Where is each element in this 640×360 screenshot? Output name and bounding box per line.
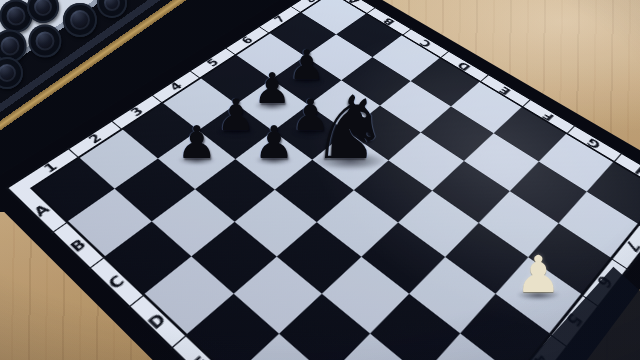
travel-chess-set-photo: ABCDEFGHABCDEFGH8765432187654321 ♟♟♟♞♟♟♟…	[0, 0, 640, 360]
white-pawn-glyph: ♟	[516, 250, 562, 301]
black-pawn-b5: ♟	[253, 68, 291, 110]
checker-disc	[97, 0, 127, 18]
black-knight-glyph: ♞	[311, 85, 389, 172]
checker-disc	[29, 25, 62, 58]
black-pawn-glyph: ♟	[254, 121, 294, 166]
black-pawn-c4: ♟	[254, 121, 294, 166]
black-knight-d5: ♞	[311, 85, 389, 172]
white-pawn-h5: ♟	[516, 250, 562, 301]
black-pawn-b4: ♟	[216, 93, 255, 137]
black-pawn-glyph: ♟	[176, 120, 217, 165]
checker-disc	[63, 3, 97, 37]
black-pawn-b3: ♟	[176, 120, 217, 165]
black-pawn-glyph: ♟	[253, 68, 291, 110]
black-pawn-glyph: ♟	[216, 93, 255, 137]
checker-disc	[0, 57, 23, 89]
